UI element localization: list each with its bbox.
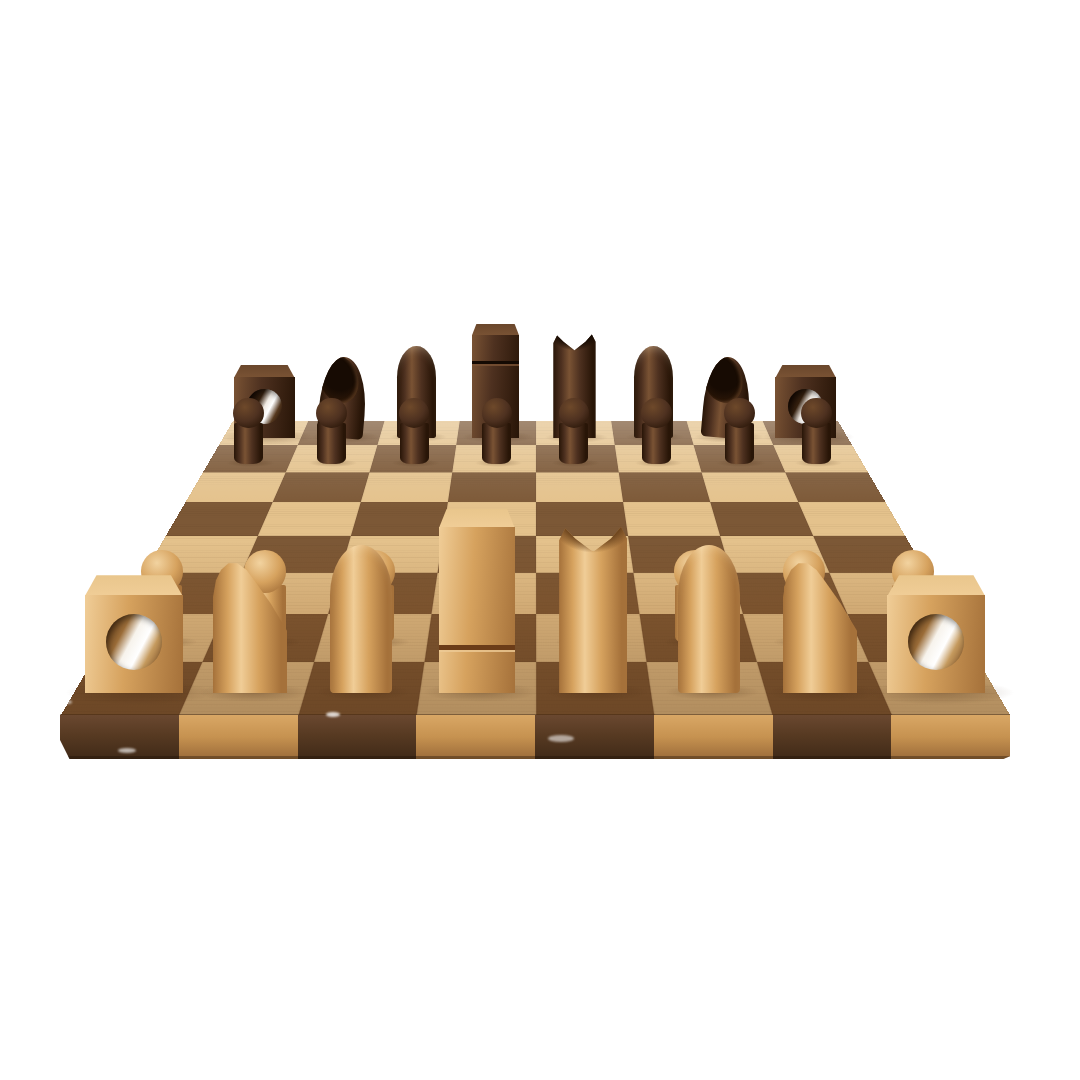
piece-part <box>724 398 754 428</box>
chess-board <box>60 420 1010 715</box>
piece-part <box>234 423 263 464</box>
board-squares <box>60 420 1010 715</box>
piece-white-rook-a1[interactable] <box>85 575 183 693</box>
piece-part <box>783 563 857 693</box>
square-f5[interactable] <box>623 502 720 535</box>
piece-part <box>400 423 429 464</box>
piece-white-knight-b1[interactable] <box>213 563 287 693</box>
square-b5[interactable] <box>258 502 360 535</box>
piece-part <box>553 333 595 352</box>
piece-part <box>472 364 519 366</box>
piece-part <box>678 545 740 693</box>
piece-part <box>213 563 287 693</box>
square-d6[interactable] <box>447 472 535 502</box>
square-h5[interactable] <box>798 502 905 535</box>
scuff-mark <box>118 748 136 753</box>
piece-part <box>559 423 588 464</box>
piece-black-pawn-f7[interactable] <box>641 398 673 464</box>
chess-set-photo <box>0 0 1080 1080</box>
board-edge-block-h <box>891 715 1010 759</box>
board-edge-block-d <box>416 715 535 759</box>
piece-part <box>233 398 263 428</box>
piece-part <box>316 398 346 428</box>
piece-part <box>85 575 183 596</box>
piece-part <box>439 650 515 653</box>
piece-part <box>439 509 515 528</box>
piece-white-bishop-f1[interactable] <box>678 545 740 693</box>
board-edge-bottom-shadow <box>60 756 1010 759</box>
piece-part <box>439 527 515 693</box>
square-b6[interactable] <box>272 472 368 502</box>
square-f6[interactable] <box>618 472 710 502</box>
square-c6[interactable] <box>360 472 452 502</box>
piece-part <box>641 398 671 428</box>
piece-black-pawn-h7[interactable] <box>801 398 833 464</box>
piece-part <box>887 575 985 596</box>
piece-black-pawn-c7[interactable] <box>398 398 430 464</box>
piece-part <box>106 614 162 670</box>
piece-part <box>801 398 831 428</box>
piece-part <box>482 423 511 464</box>
piece-part <box>642 423 671 464</box>
piece-white-queen-e1[interactable] <box>559 525 627 693</box>
piece-part <box>559 525 627 693</box>
piece-part <box>330 545 392 693</box>
piece-part <box>775 365 836 378</box>
piece-part <box>559 525 627 555</box>
piece-black-pawn-g7[interactable] <box>724 398 756 464</box>
board-edge-block-f <box>654 715 773 759</box>
piece-black-pawn-a7[interactable] <box>233 398 265 464</box>
board-edge-block-c <box>298 715 417 759</box>
piece-black-pawn-d7[interactable] <box>481 398 513 464</box>
scuff-mark <box>548 735 574 742</box>
scuff-mark <box>62 700 72 704</box>
board-front-edge <box>60 714 1010 759</box>
board-edge-block-a <box>60 715 179 759</box>
board-edge-block-g <box>773 715 892 759</box>
piece-part <box>234 365 295 378</box>
square-c5[interactable] <box>350 502 447 535</box>
piece-part <box>317 423 346 464</box>
piece-white-rook-h1[interactable] <box>887 575 985 693</box>
square-g6[interactable] <box>701 472 797 502</box>
board-edge-block-b <box>179 715 298 759</box>
piece-white-bishop-c1[interactable] <box>330 545 392 693</box>
piece-part <box>802 423 831 464</box>
square-g5[interactable] <box>710 502 812 535</box>
piece-part <box>725 423 754 464</box>
piece-black-pawn-b7[interactable] <box>316 398 348 464</box>
scuff-mark <box>326 712 340 717</box>
piece-white-knight-g1[interactable] <box>783 563 857 693</box>
square-h6[interactable] <box>784 472 885 502</box>
square-e6[interactable] <box>535 472 623 502</box>
square-a6[interactable] <box>185 472 286 502</box>
piece-white-king-d1[interactable] <box>439 509 515 693</box>
piece-black-pawn-e7[interactable] <box>558 398 590 464</box>
square-a5[interactable] <box>166 502 273 535</box>
